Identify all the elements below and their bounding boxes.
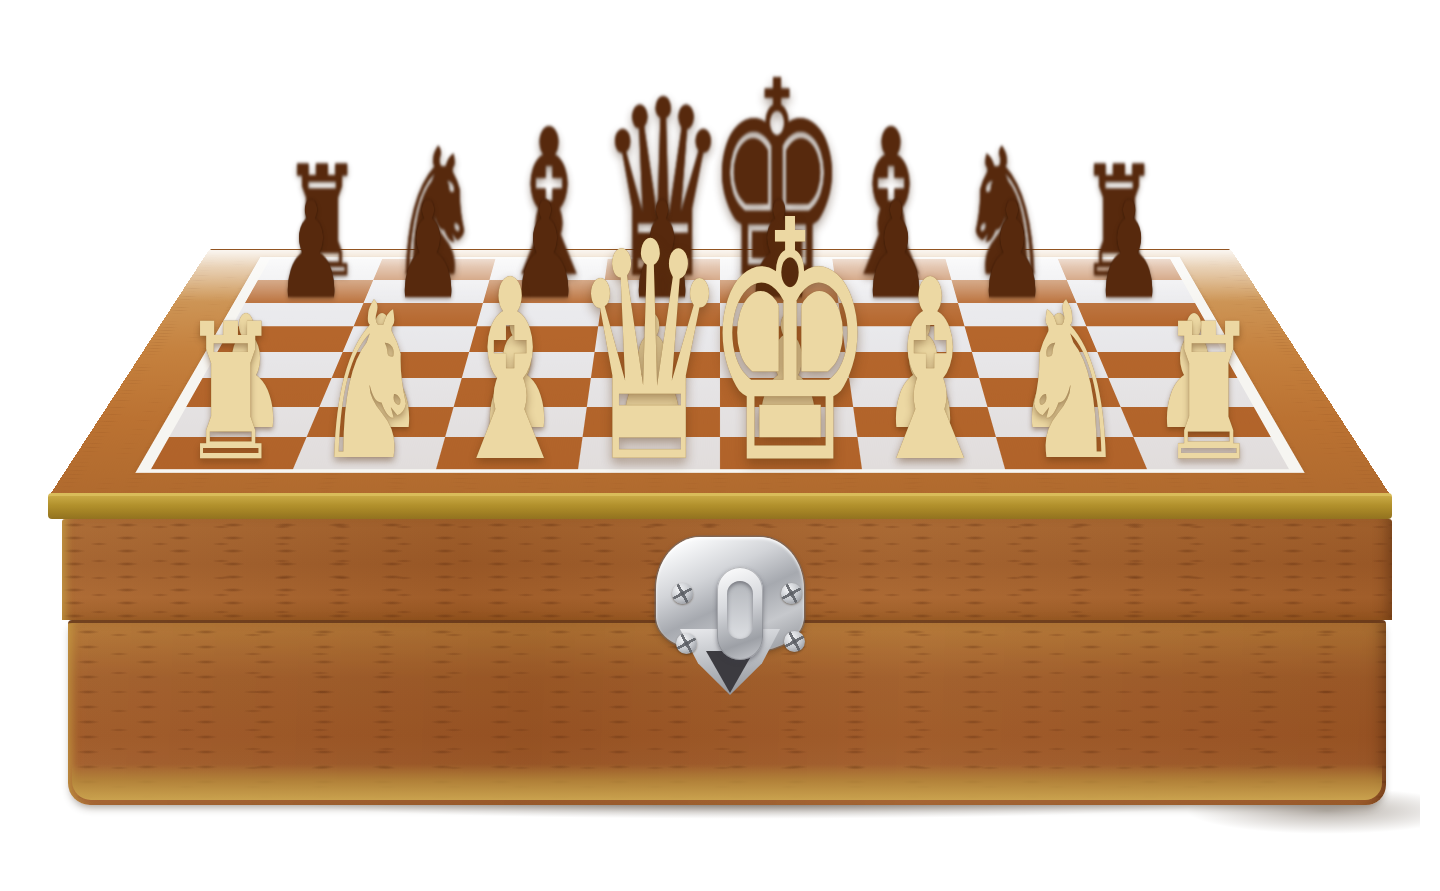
chessboard-grid (151, 259, 1289, 470)
box-lid-top-face (49, 249, 1392, 497)
square-g1 (995, 437, 1146, 469)
square-g7 (951, 280, 1076, 303)
square-e3 (720, 378, 853, 406)
square-f4 (846, 352, 979, 379)
square-c5 (469, 326, 598, 351)
square-e8 (720, 259, 835, 280)
square-h4 (1097, 352, 1238, 379)
square-d3 (587, 378, 720, 406)
square-e5 (720, 326, 846, 351)
board-border-line (135, 257, 1304, 473)
square-c1 (435, 437, 582, 469)
square-d2 (582, 407, 720, 437)
clasp-slot (727, 581, 753, 639)
square-g2 (987, 407, 1133, 437)
square-a5 (217, 326, 353, 351)
square-g8 (945, 259, 1067, 280)
square-a8 (258, 259, 383, 280)
square-e6 (720, 303, 842, 327)
square-c2 (445, 407, 587, 437)
square-f3 (849, 378, 986, 406)
square-d4 (591, 352, 720, 379)
square-b7 (364, 280, 489, 303)
square-g3 (979, 378, 1120, 406)
square-e2 (720, 407, 858, 437)
square-a7 (245, 280, 373, 303)
square-c4 (461, 352, 594, 379)
screw-icon (781, 583, 802, 604)
clasp-tongue (717, 567, 763, 660)
square-b1 (293, 437, 444, 469)
square-h6 (1076, 303, 1208, 327)
square-c8 (489, 259, 608, 280)
screw-icon (784, 631, 805, 652)
square-a1 (151, 437, 307, 469)
square-b4 (332, 352, 469, 379)
square-e1 (720, 437, 862, 469)
square-h5 (1086, 326, 1222, 351)
square-a2 (169, 407, 320, 437)
square-a4 (202, 352, 343, 379)
square-f8 (832, 259, 951, 280)
square-d6 (598, 303, 720, 327)
square-f7 (835, 280, 957, 303)
square-h7 (1066, 280, 1194, 303)
screw-icon (676, 633, 697, 654)
chess-box-photo: ♜♞♝♛♚♝♞♜♟♟♟♟♟♟♟♟♟♟♟♟♟♟♟♟♜♞♝♛♚♝♞♜ (0, 0, 1440, 891)
square-d1 (578, 437, 720, 469)
square-d7 (601, 280, 720, 303)
square-e4 (720, 352, 849, 379)
metal-clasp (650, 533, 810, 701)
square-a6 (232, 303, 364, 327)
square-c6 (476, 303, 601, 327)
square-d5 (594, 326, 720, 351)
square-b6 (354, 303, 483, 327)
square-h3 (1108, 378, 1254, 406)
screw-icon (672, 583, 693, 604)
square-h8 (1057, 259, 1182, 280)
square-e7 (720, 280, 839, 303)
square-g5 (964, 326, 1097, 351)
lid-front-edge-band (48, 493, 1392, 519)
square-g4 (971, 352, 1108, 379)
square-b8 (374, 259, 496, 280)
square-d8 (605, 259, 720, 280)
square-c3 (453, 378, 590, 406)
square-f1 (858, 437, 1005, 469)
square-b5 (343, 326, 476, 351)
square-f6 (839, 303, 964, 327)
square-b3 (320, 378, 461, 406)
square-h1 (1133, 437, 1289, 469)
square-h2 (1120, 407, 1271, 437)
square-c7 (483, 280, 605, 303)
square-f5 (842, 326, 971, 351)
square-g6 (957, 303, 1086, 327)
square-f2 (853, 407, 995, 437)
square-b2 (307, 407, 453, 437)
base-bottom-edge-band (72, 764, 1382, 800)
square-a3 (186, 378, 332, 406)
